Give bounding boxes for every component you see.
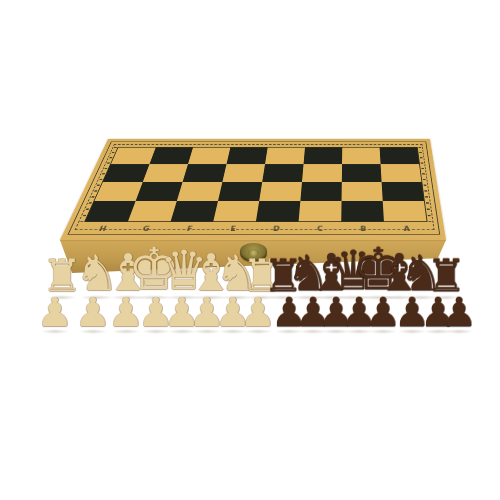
white-pawn: ♟: [37, 292, 73, 332]
board-square: [262, 164, 303, 182]
black-pawn: ♟: [441, 292, 477, 332]
board-square: [171, 201, 218, 221]
board-square: [226, 148, 267, 165]
file-label: D: [254, 226, 298, 232]
board-square: [381, 164, 422, 182]
board-square: [342, 164, 382, 182]
chess-board-grid: [84, 147, 428, 222]
board-square: [383, 201, 427, 221]
board-square: [300, 182, 341, 201]
board-square: [380, 148, 419, 165]
board-square: [342, 182, 383, 201]
board-square: [143, 164, 188, 182]
board-square: [302, 164, 342, 182]
board-square: [188, 148, 230, 165]
board-square: [128, 201, 177, 221]
board-square: [341, 201, 384, 221]
file-label: E: [211, 226, 256, 232]
board-square: [382, 182, 424, 201]
board-square: [304, 148, 343, 165]
board-square: [218, 182, 262, 201]
board-square: [222, 164, 265, 182]
file-label: B: [342, 226, 386, 232]
chess-set-product-photo: HGFEDCBA ♜♞♝♚♛♝♞♜♟♟♟♟♟♟♟♟♜♞♝♛♚♝♞♜♟♟♟♟♟♟♟…: [0, 0, 500, 500]
board-square: [342, 148, 381, 165]
file-label: F: [167, 226, 212, 232]
board-square: [177, 182, 223, 201]
board-square: [213, 201, 259, 221]
board-square: [183, 164, 227, 182]
board-top-surface: HGFEDCBA: [60, 139, 446, 240]
board-square: [265, 148, 305, 165]
board-square: [136, 182, 183, 201]
file-labels-row: HGFEDCBA: [79, 225, 429, 234]
white-pawn: ♟: [75, 292, 111, 332]
file-label: C: [298, 226, 342, 232]
board-square: [256, 201, 300, 221]
chess-box-lid: HGFEDCBA: [60, 83, 471, 240]
board-square: [149, 148, 193, 165]
file-label: A: [385, 226, 429, 232]
file-label: H: [79, 226, 125, 232]
board-square: [111, 148, 156, 165]
file-label: G: [123, 226, 169, 232]
board-square: [299, 201, 342, 221]
board-square: [259, 182, 302, 201]
